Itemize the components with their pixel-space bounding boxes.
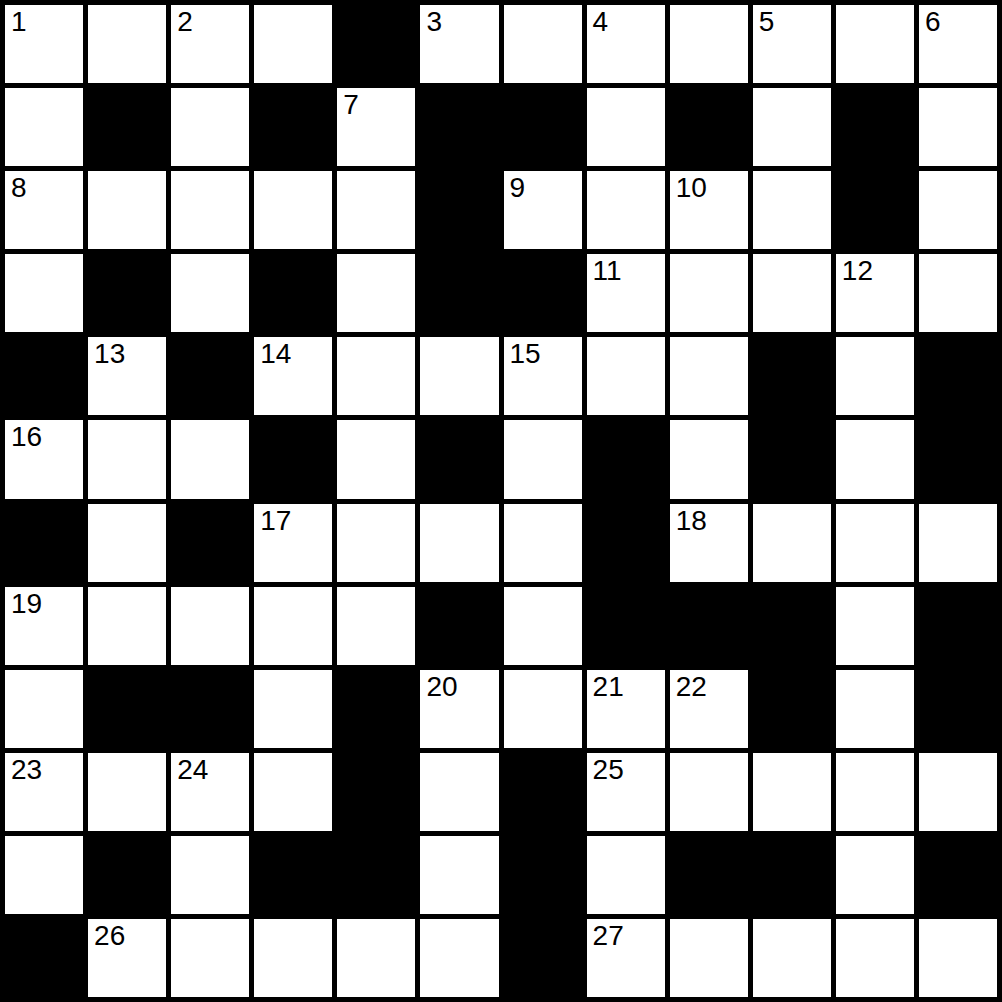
clue-number: 12 bbox=[842, 256, 873, 285]
black-cell bbox=[504, 919, 582, 997]
clue-number: 6 bbox=[925, 7, 941, 36]
clue-number: 10 bbox=[676, 173, 707, 202]
white-cell[interactable] bbox=[5, 88, 83, 166]
black-cell bbox=[254, 836, 332, 914]
white-cell[interactable] bbox=[337, 504, 415, 582]
white-cell[interactable] bbox=[5, 836, 83, 914]
white-cell[interactable] bbox=[919, 171, 997, 249]
white-cell[interactable]: 9 bbox=[504, 171, 582, 249]
white-cell[interactable] bbox=[919, 254, 997, 332]
white-cell[interactable]: 12 bbox=[836, 254, 914, 332]
black-cell bbox=[5, 337, 83, 415]
white-cell[interactable]: 6 bbox=[919, 5, 997, 83]
white-cell[interactable] bbox=[919, 753, 997, 831]
white-cell[interactable] bbox=[504, 670, 582, 748]
black-cell bbox=[88, 88, 166, 166]
clue-number: 15 bbox=[510, 339, 541, 368]
white-cell[interactable]: 2 bbox=[171, 5, 249, 83]
black-cell bbox=[420, 587, 498, 665]
white-cell[interactable] bbox=[171, 836, 249, 914]
white-cell[interactable] bbox=[420, 753, 498, 831]
black-cell bbox=[254, 88, 332, 166]
clue-number: 11 bbox=[593, 256, 622, 285]
white-cell[interactable] bbox=[836, 504, 914, 582]
white-cell[interactable]: 8 bbox=[5, 171, 83, 249]
white-cell[interactable] bbox=[670, 254, 748, 332]
white-cell[interactable] bbox=[254, 587, 332, 665]
clue-number: 26 bbox=[94, 921, 125, 950]
black-cell bbox=[88, 670, 166, 748]
white-cell[interactable] bbox=[753, 88, 831, 166]
white-cell[interactable]: 15 bbox=[504, 337, 582, 415]
white-cell[interactable] bbox=[171, 171, 249, 249]
clue-number: 22 bbox=[676, 672, 707, 701]
white-cell[interactable] bbox=[88, 5, 166, 83]
white-cell[interactable]: 5 bbox=[753, 5, 831, 83]
black-cell bbox=[171, 504, 249, 582]
white-cell[interactable] bbox=[836, 5, 914, 83]
white-cell[interactable] bbox=[504, 420, 582, 498]
white-cell[interactable] bbox=[670, 420, 748, 498]
clue-number: 17 bbox=[260, 506, 291, 535]
white-cell[interactable] bbox=[88, 587, 166, 665]
clue-number: 19 bbox=[11, 589, 42, 618]
white-cell[interactable]: 19 bbox=[5, 587, 83, 665]
white-cell[interactable] bbox=[753, 254, 831, 332]
black-cell bbox=[753, 836, 831, 914]
white-cell[interactable] bbox=[337, 420, 415, 498]
white-cell[interactable] bbox=[753, 753, 831, 831]
white-cell[interactable] bbox=[836, 836, 914, 914]
clue-number: 1 bbox=[11, 7, 27, 36]
white-cell[interactable] bbox=[171, 919, 249, 997]
white-cell[interactable]: 26 bbox=[88, 919, 166, 997]
white-cell[interactable] bbox=[836, 670, 914, 748]
white-cell[interactable] bbox=[670, 919, 748, 997]
white-cell[interactable] bbox=[836, 753, 914, 831]
clue-number: 2 bbox=[177, 7, 193, 36]
white-cell[interactable] bbox=[587, 171, 665, 249]
clue-number: 23 bbox=[11, 755, 42, 784]
white-cell[interactable] bbox=[254, 919, 332, 997]
black-cell bbox=[504, 836, 582, 914]
black-cell bbox=[504, 254, 582, 332]
black-cell bbox=[919, 670, 997, 748]
white-cell[interactable] bbox=[171, 420, 249, 498]
white-cell[interactable]: 24 bbox=[171, 753, 249, 831]
white-cell[interactable] bbox=[88, 504, 166, 582]
clue-number: 9 bbox=[510, 173, 526, 202]
black-cell bbox=[919, 836, 997, 914]
white-cell[interactable] bbox=[337, 254, 415, 332]
clue-number: 25 bbox=[593, 755, 624, 784]
white-cell[interactable] bbox=[504, 504, 582, 582]
black-cell bbox=[587, 587, 665, 665]
white-cell[interactable] bbox=[337, 171, 415, 249]
black-cell bbox=[420, 254, 498, 332]
black-cell bbox=[337, 836, 415, 914]
white-cell[interactable] bbox=[5, 670, 83, 748]
black-cell bbox=[670, 836, 748, 914]
white-cell[interactable] bbox=[753, 171, 831, 249]
white-cell[interactable]: 14 bbox=[254, 337, 332, 415]
black-cell bbox=[753, 670, 831, 748]
clue-number: 7 bbox=[343, 90, 359, 119]
white-cell[interactable]: 21 bbox=[587, 670, 665, 748]
white-cell[interactable] bbox=[919, 919, 997, 997]
white-cell[interactable] bbox=[420, 504, 498, 582]
white-cell[interactable] bbox=[753, 919, 831, 997]
white-cell[interactable] bbox=[254, 753, 332, 831]
white-cell[interactable] bbox=[171, 254, 249, 332]
white-cell[interactable] bbox=[171, 88, 249, 166]
black-cell bbox=[753, 337, 831, 415]
white-cell[interactable] bbox=[836, 420, 914, 498]
white-cell[interactable]: 1 bbox=[5, 5, 83, 83]
crossword-grid: 1234567891011121314151617181920212223242… bbox=[0, 0, 1002, 1002]
white-cell[interactable] bbox=[587, 88, 665, 166]
black-cell bbox=[504, 88, 582, 166]
black-cell bbox=[171, 337, 249, 415]
white-cell[interactable]: 27 bbox=[587, 919, 665, 997]
black-cell bbox=[836, 171, 914, 249]
white-cell[interactable] bbox=[670, 753, 748, 831]
white-cell[interactable] bbox=[254, 171, 332, 249]
white-cell[interactable]: 23 bbox=[5, 753, 83, 831]
black-cell bbox=[420, 88, 498, 166]
white-cell[interactable]: 22 bbox=[670, 670, 748, 748]
white-cell[interactable] bbox=[587, 836, 665, 914]
white-cell[interactable] bbox=[836, 337, 914, 415]
white-cell[interactable]: 3 bbox=[420, 5, 498, 83]
clue-number: 4 bbox=[593, 7, 609, 36]
black-cell bbox=[753, 420, 831, 498]
white-cell[interactable] bbox=[254, 670, 332, 748]
black-cell bbox=[919, 420, 997, 498]
white-cell[interactable] bbox=[504, 5, 582, 83]
white-cell[interactable] bbox=[670, 337, 748, 415]
black-cell bbox=[587, 420, 665, 498]
black-cell bbox=[836, 88, 914, 166]
white-cell[interactable] bbox=[919, 504, 997, 582]
white-cell[interactable]: 16 bbox=[5, 420, 83, 498]
white-cell[interactable] bbox=[420, 836, 498, 914]
white-cell[interactable] bbox=[337, 919, 415, 997]
black-cell bbox=[254, 420, 332, 498]
black-cell bbox=[337, 753, 415, 831]
white-cell[interactable] bbox=[88, 420, 166, 498]
white-cell[interactable] bbox=[88, 171, 166, 249]
black-cell bbox=[337, 5, 415, 83]
clue-number: 5 bbox=[759, 7, 775, 36]
white-cell[interactable] bbox=[337, 587, 415, 665]
white-cell[interactable]: 18 bbox=[670, 504, 748, 582]
white-cell[interactable]: 13 bbox=[88, 337, 166, 415]
white-cell[interactable] bbox=[670, 5, 748, 83]
white-cell[interactable] bbox=[171, 587, 249, 665]
black-cell bbox=[919, 587, 997, 665]
white-cell[interactable] bbox=[836, 919, 914, 997]
white-cell[interactable] bbox=[88, 753, 166, 831]
clue-number: 21 bbox=[593, 672, 624, 701]
black-cell bbox=[5, 919, 83, 997]
black-cell bbox=[504, 753, 582, 831]
clue-number: 14 bbox=[260, 339, 291, 368]
white-cell[interactable]: 7 bbox=[337, 88, 415, 166]
clue-number: 20 bbox=[426, 672, 457, 701]
black-cell bbox=[587, 504, 665, 582]
black-cell bbox=[337, 670, 415, 748]
white-cell[interactable] bbox=[5, 254, 83, 332]
clue-number: 16 bbox=[11, 422, 42, 451]
clue-number: 18 bbox=[676, 506, 707, 535]
clue-number: 8 bbox=[11, 173, 27, 202]
black-cell bbox=[753, 587, 831, 665]
white-cell[interactable]: 17 bbox=[254, 504, 332, 582]
black-cell bbox=[254, 254, 332, 332]
white-cell[interactable] bbox=[919, 88, 997, 166]
black-cell bbox=[919, 337, 997, 415]
black-cell bbox=[88, 254, 166, 332]
white-cell[interactable] bbox=[587, 337, 665, 415]
black-cell bbox=[171, 670, 249, 748]
black-cell bbox=[670, 587, 748, 665]
clue-number: 27 bbox=[593, 921, 624, 950]
white-cell[interactable] bbox=[836, 587, 914, 665]
white-cell[interactable] bbox=[420, 337, 498, 415]
white-cell[interactable]: 20 bbox=[420, 670, 498, 748]
clue-number: 24 bbox=[177, 755, 208, 784]
white-cell[interactable] bbox=[504, 587, 582, 665]
black-cell bbox=[88, 836, 166, 914]
white-cell[interactable]: 25 bbox=[587, 753, 665, 831]
white-cell[interactable]: 4 bbox=[587, 5, 665, 83]
white-cell[interactable] bbox=[337, 337, 415, 415]
white-cell[interactable] bbox=[420, 919, 498, 997]
white-cell[interactable] bbox=[753, 504, 831, 582]
white-cell[interactable]: 10 bbox=[670, 171, 748, 249]
black-cell bbox=[420, 420, 498, 498]
black-cell bbox=[420, 171, 498, 249]
white-cell[interactable]: 11 bbox=[587, 254, 665, 332]
black-cell bbox=[670, 88, 748, 166]
clue-number: 3 bbox=[426, 7, 442, 36]
white-cell[interactable] bbox=[254, 5, 332, 83]
clue-number: 13 bbox=[94, 339, 125, 368]
black-cell bbox=[5, 504, 83, 582]
